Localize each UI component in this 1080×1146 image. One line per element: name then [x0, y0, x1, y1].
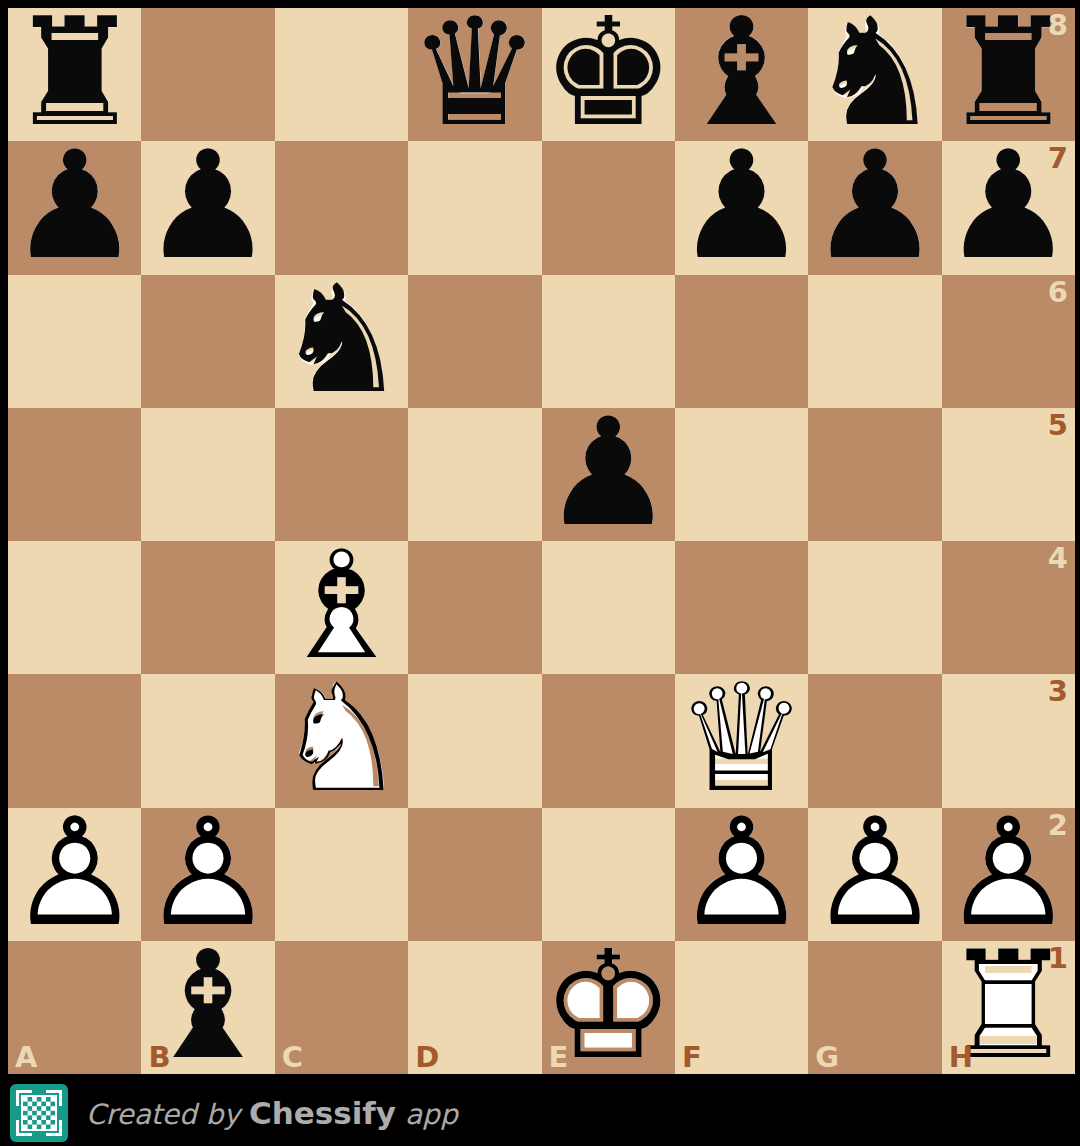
board-grid: ♖♜♕♛♔♚♗♝♘♞♖♜8♙♟♙♟♙♟♙♟♙♟7♘♞6♙♟5♝♗4♞♘♛♕3♟♙…	[8, 8, 1075, 1074]
square-h7[interactable]: ♙♟7	[942, 141, 1075, 274]
square-g2[interactable]: ♟♙	[808, 808, 941, 941]
square-f6[interactable]	[675, 275, 808, 408]
square-f5[interactable]	[675, 408, 808, 541]
knight-glyph-line-layer: ♘	[275, 672, 408, 805]
file-label-d: D	[415, 1043, 439, 1072]
square-b7[interactable]: ♙♟	[141, 141, 274, 274]
queen-glyph-line-layer: ♛	[408, 6, 541, 139]
black-pawn-f7: ♙♟	[675, 141, 808, 274]
pawn-glyph-line-layer: ♟	[542, 406, 675, 539]
square-g1[interactable]: G	[808, 941, 941, 1074]
square-f1[interactable]: F	[675, 941, 808, 1074]
square-a4[interactable]	[8, 541, 141, 674]
file-label-h: H	[949, 1043, 973, 1072]
watermark-text: Created by Chessify app	[86, 1095, 458, 1131]
brand-name: Chessify	[249, 1095, 396, 1131]
square-c8[interactable]	[275, 8, 408, 141]
square-b5[interactable]	[141, 408, 274, 541]
square-g6[interactable]	[808, 275, 941, 408]
chess-board: ♖♜♕♛♔♚♗♝♘♞♖♜8♙♟♙♟♙♟♙♟♙♟7♘♞6♙♟5♝♗4♞♘♛♕3♟♙…	[0, 0, 1080, 1080]
black-pawn-g7: ♙♟	[808, 141, 941, 274]
square-e3[interactable]	[542, 674, 675, 807]
square-d2[interactable]	[408, 808, 541, 941]
pawn-glyph-line-layer: ♟	[141, 139, 274, 272]
black-queen-d8: ♕♛	[408, 8, 541, 141]
square-f7[interactable]: ♙♟	[675, 141, 808, 274]
square-d1[interactable]: D	[408, 941, 541, 1074]
rank-label-7: 7	[1048, 144, 1068, 173]
file-label-g: G	[815, 1043, 839, 1072]
square-c2[interactable]	[275, 808, 408, 941]
black-king-e8: ♔♚	[542, 8, 675, 141]
pawn-glyph-line-layer: ♙	[675, 806, 808, 939]
white-pawn-f2: ♟♙	[675, 808, 808, 941]
rank-label-6: 6	[1048, 278, 1068, 307]
square-b6[interactable]	[141, 275, 274, 408]
square-c6[interactable]: ♘♞	[275, 275, 408, 408]
rank-label-1: 1	[1048, 944, 1068, 973]
square-d8[interactable]: ♕♛	[408, 8, 541, 141]
square-h6[interactable]: 6	[942, 275, 1075, 408]
white-pawn-g2: ♟♙	[808, 808, 941, 941]
file-label-a: A	[15, 1043, 37, 1072]
square-a1[interactable]: A	[8, 941, 141, 1074]
rank-label-3: 3	[1048, 677, 1068, 706]
created-by-text: Created by	[86, 1098, 249, 1131]
square-h5[interactable]: 5	[942, 408, 1075, 541]
rank-label-2: 2	[1048, 811, 1068, 840]
black-pawn-e5: ♙♟	[542, 408, 675, 541]
square-f2[interactable]: ♟♙	[675, 808, 808, 941]
square-e1[interactable]: ♚♔E	[542, 941, 675, 1074]
square-c1[interactable]: C	[275, 941, 408, 1074]
pawn-glyph-line-layer: ♟	[675, 139, 808, 272]
black-pawn-a7: ♙♟	[8, 141, 141, 274]
square-e4[interactable]	[542, 541, 675, 674]
square-d7[interactable]	[408, 141, 541, 274]
white-pawn-a2: ♟♙	[8, 808, 141, 941]
square-d6[interactable]	[408, 275, 541, 408]
square-a2[interactable]: ♟♙	[8, 808, 141, 941]
square-g4[interactable]	[808, 541, 941, 674]
file-label-b: B	[148, 1043, 170, 1072]
pawn-glyph-line-layer: ♟	[808, 139, 941, 272]
rank-label-8: 8	[1048, 11, 1068, 40]
pawn-glyph-line-layer: ♟	[8, 139, 141, 272]
white-knight-c3: ♞♘	[275, 674, 408, 807]
square-e5[interactable]: ♙♟	[542, 408, 675, 541]
chessify-diagram-screen: ♖♜♕♛♔♚♗♝♘♞♖♜8♙♟♙♟♙♟♙♟♙♟7♘♞6♙♟5♝♗4♞♘♛♕3♟♙…	[0, 0, 1080, 1146]
square-g5[interactable]	[808, 408, 941, 541]
square-e7[interactable]	[542, 141, 675, 274]
square-a6[interactable]	[8, 275, 141, 408]
square-b4[interactable]	[141, 541, 274, 674]
knight-glyph-line-layer: ♞	[275, 273, 408, 406]
file-label-c: C	[282, 1043, 303, 1072]
pawn-glyph-line-layer: ♙	[8, 806, 141, 939]
rank-label-4: 4	[1048, 544, 1068, 573]
square-h1[interactable]: ♜♖H1	[942, 941, 1075, 1074]
square-g7[interactable]: ♙♟	[808, 141, 941, 274]
rank-label-5: 5	[1048, 411, 1068, 440]
chessify-logo-icon	[10, 1084, 68, 1142]
square-b1[interactable]: ♗♝B	[141, 941, 274, 1074]
logo-checkerboard-pattern	[21, 1095, 57, 1131]
pawn-glyph-line-layer: ♙	[808, 806, 941, 939]
square-d5[interactable]	[408, 408, 541, 541]
square-c3[interactable]: ♞♘	[275, 674, 408, 807]
king-glyph-line-layer: ♚	[542, 6, 675, 139]
square-d3[interactable]	[408, 674, 541, 807]
black-pawn-b7: ♙♟	[141, 141, 274, 274]
square-h4[interactable]: 4	[942, 541, 1075, 674]
app-text: app	[396, 1098, 458, 1131]
square-a5[interactable]	[8, 408, 141, 541]
square-e8[interactable]: ♔♚	[542, 8, 675, 141]
square-d4[interactable]	[408, 541, 541, 674]
black-knight-c6: ♘♞	[275, 275, 408, 408]
file-label-e: E	[549, 1043, 569, 1072]
file-label-f: F	[682, 1043, 702, 1072]
square-a7[interactable]: ♙♟	[8, 141, 141, 274]
